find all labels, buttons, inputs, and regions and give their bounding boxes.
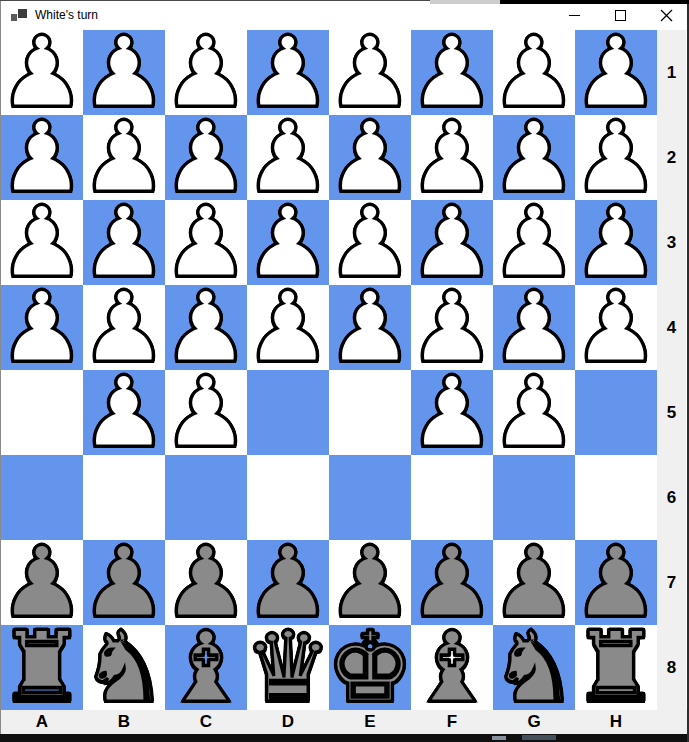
background-window-bottom-strip: [0, 734, 689, 742]
square-f8[interactable]: ♝: [411, 625, 493, 710]
rank-label-2: 2: [657, 115, 686, 200]
white-pawn: ♟: [490, 370, 578, 455]
app-window: White's turn ♟♟♟♟♟♟♟♟♟♟♟♟♟♟♟♟♟♟♟♟♟♟♟♟♟♟♟…: [0, 0, 689, 742]
app-icon[interactable]: [11, 7, 28, 23]
white-pawn: ♟: [244, 285, 332, 370]
square-c8[interactable]: ♝: [165, 625, 247, 710]
chess-board: ♟♟♟♟♟♟♟♟♟♟♟♟♟♟♟♟♟♟♟♟♟♟♟♟♟♟♟♟♟♟♟♟♟♟♟♟♟♟♟♟…: [1, 30, 657, 710]
square-d5[interactable]: [247, 370, 329, 455]
window-title: White's turn: [35, 8, 98, 22]
white-pawn: ♟: [326, 285, 414, 370]
rank-labels: 12345678: [657, 30, 686, 710]
minimize-icon: [569, 15, 580, 16]
minimize-button[interactable]: [551, 0, 597, 30]
rank-label-1: 1: [657, 30, 686, 115]
rank-label-5: 5: [657, 370, 686, 455]
rank-label-7: 7: [657, 540, 686, 625]
board-area: ♟♟♟♟♟♟♟♟♟♟♟♟♟♟♟♟♟♟♟♟♟♟♟♟♟♟♟♟♟♟♟♟♟♟♟♟♟♟♟♟…: [0, 30, 689, 710]
white-pawn: ♟: [80, 370, 168, 455]
app-icon-square-big: [18, 9, 27, 18]
white-pawn: ♟: [0, 285, 86, 370]
black-queen: ♛: [244, 625, 332, 710]
white-pawn: ♟: [408, 370, 496, 455]
rank-label-8: 8: [657, 625, 686, 710]
square-a4[interactable]: ♟: [1, 285, 83, 370]
rank-label-3: 3: [657, 200, 686, 285]
square-a8[interactable]: ♜: [1, 625, 83, 710]
white-pawn: ♟: [572, 285, 660, 370]
square-d8[interactable]: ♛: [247, 625, 329, 710]
rank-label-6: 6: [657, 455, 686, 540]
square-g8[interactable]: ♞: [493, 625, 575, 710]
square-h5[interactable]: [575, 370, 657, 455]
square-g5[interactable]: ♟: [493, 370, 575, 455]
maximize-button[interactable]: [597, 0, 643, 30]
close-button[interactable]: [643, 0, 689, 30]
white-pawn: ♟: [162, 370, 250, 455]
close-icon: [660, 9, 673, 22]
black-bishop: ♝: [408, 625, 496, 710]
square-e8[interactable]: ♚: [329, 625, 411, 710]
square-b8[interactable]: ♞: [83, 625, 165, 710]
square-e5[interactable]: [329, 370, 411, 455]
background-window-titlebar-strip: [500, 0, 689, 4]
background-window-edge: [430, 0, 500, 4]
square-d4[interactable]: ♟: [247, 285, 329, 370]
black-knight: ♞: [80, 625, 168, 710]
app-icon-square-small: [11, 14, 17, 21]
maximize-icon: [615, 10, 626, 21]
window-left-border: [0, 0, 1, 734]
square-a5[interactable]: [1, 370, 83, 455]
black-king: ♚: [326, 625, 414, 710]
black-bishop: ♝: [162, 625, 250, 710]
black-knight: ♞: [490, 625, 578, 710]
square-h4[interactable]: ♟: [575, 285, 657, 370]
window-controls: [551, 0, 689, 30]
window-top-border: [0, 0, 430, 1]
square-e4[interactable]: ♟: [329, 285, 411, 370]
square-c5[interactable]: ♟: [165, 370, 247, 455]
square-b5[interactable]: ♟: [83, 370, 165, 455]
background-window-fragment: [522, 735, 556, 740]
black-rook: ♜: [572, 625, 660, 710]
rank-label-4: 4: [657, 285, 686, 370]
titlebar: White's turn: [0, 0, 689, 30]
square-h8[interactable]: ♜: [575, 625, 657, 710]
background-window-fragment: [492, 736, 506, 740]
square-f5[interactable]: ♟: [411, 370, 493, 455]
black-rook: ♜: [0, 625, 86, 710]
